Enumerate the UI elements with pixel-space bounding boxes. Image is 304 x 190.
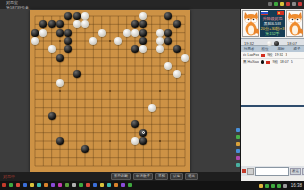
game-sidebar: 升降级对局黑贴6.5目20分+30秒×3第152手 19:32 18:07 对局… [240, 9, 304, 181]
taskbar-app-icon[interactable] [93, 183, 97, 187]
window-control-button[interactable] [298, 2, 302, 6]
star-point [159, 140, 161, 142]
side-tool-icon[interactable] [236, 149, 240, 153]
stone-white[interactable] [156, 37, 164, 45]
black-player-flag-icon [277, 11, 284, 15]
black-player-avatar[interactable] [286, 10, 303, 37]
stone-black[interactable] [164, 29, 172, 37]
window-control-button[interactable] [268, 2, 272, 6]
tray-icon[interactable] [277, 184, 281, 188]
taskbar-app-icon[interactable] [51, 183, 55, 187]
stone-black[interactable] [56, 29, 64, 37]
white-timer: 19:32 [244, 41, 254, 46]
black-timer: 18:07 [287, 41, 297, 46]
stone-white[interactable] [181, 54, 189, 62]
send-button[interactable]: 发送 [290, 168, 301, 175]
side-tool-icon[interactable] [236, 135, 240, 139]
taskbar-app-icon[interactable] [128, 183, 132, 187]
star-point [59, 90, 61, 92]
stone-white[interactable] [156, 29, 164, 37]
window-control-button[interactable] [292, 2, 296, 6]
action-buttons: 形势判断申请数子求和认输退出 [111, 173, 198, 180]
stone-white[interactable] [131, 29, 139, 37]
start-button-icon[interactable] [2, 183, 6, 187]
tray-icon[interactable] [259, 184, 263, 188]
stone-black[interactable] [73, 12, 81, 20]
window-controls [268, 2, 302, 6]
stone-white[interactable] [98, 29, 106, 37]
action-button[interactable]: 退出 [185, 173, 198, 180]
stone-black[interactable] [48, 112, 56, 120]
board-panel [0, 9, 240, 172]
stone-white[interactable] [31, 37, 39, 45]
taskbar-app-icon[interactable] [58, 183, 62, 187]
stone-black[interactable] [56, 54, 64, 62]
player-captures: 3 [285, 53, 287, 57]
chat-area[interactable] [241, 107, 304, 166]
chat-input[interactable] [255, 167, 289, 176]
side-tool-icon[interactable] [236, 128, 240, 132]
stone-black[interactable] [56, 137, 64, 145]
star-point [109, 90, 111, 92]
action-button[interactable]: 求和 [155, 173, 168, 180]
stone-black[interactable] [48, 20, 56, 28]
stone-black[interactable] [64, 29, 72, 37]
go-board[interactable] [30, 10, 190, 172]
game-info-panel: 升降级对局黑贴6.5目20分+30秒×3第152手 [260, 10, 285, 37]
taskbar-icons [2, 183, 132, 187]
taskbar-app-icon[interactable] [79, 183, 83, 187]
action-button[interactable]: 申请数子 [133, 173, 153, 180]
star-point [159, 90, 161, 92]
stone-white[interactable] [56, 79, 64, 87]
side-tool-icon[interactable] [236, 156, 240, 160]
font-button[interactable] [247, 168, 254, 175]
player-time: 19:32 [275, 53, 284, 57]
stone-white[interactable] [39, 29, 47, 37]
stone-black[interactable] [139, 29, 147, 37]
stone-black[interactable] [173, 45, 181, 53]
taskbar-clock: 16:38 [291, 183, 302, 188]
tray-icon[interactable] [283, 184, 287, 188]
last-move-marker [142, 131, 145, 134]
white-player-avatar[interactable] [242, 10, 259, 37]
game-action-bar: 对局中 形势判断申请数子求和认输退出 [0, 172, 240, 181]
title-bar: 野狐围棋对局室第58739号桌旁观 [0, 0, 304, 9]
move-list-area[interactable] [241, 64, 304, 105]
side-tool-icon[interactable] [236, 142, 240, 146]
system-tray: 16:38 [259, 183, 302, 188]
stone-white[interactable] [148, 104, 156, 112]
taskbar-app-icon[interactable] [114, 183, 118, 187]
game-status-text: 对局中 [3, 174, 15, 179]
stone-black[interactable] [31, 29, 39, 37]
timer-row: 19:32 18:07 [241, 38, 304, 46]
window-control-button[interactable] [280, 2, 284, 6]
os-taskbar: 16:38 [0, 181, 304, 190]
stone-white[interactable] [123, 29, 131, 37]
send-buttons: 发送≡ [289, 168, 304, 175]
stone-white[interactable] [73, 20, 81, 28]
taskbar-app-icon[interactable] [23, 183, 27, 187]
emoticon-icon[interactable] [242, 169, 246, 173]
fox-go-client-window: 野狐围棋对局室第58739号桌旁观 对局中 形势判断申请数子求和认输退出 升降级… [0, 0, 304, 190]
player-rank: 9段 [267, 53, 272, 57]
action-button[interactable]: 认输 [170, 173, 183, 180]
side-tool-strip [236, 128, 240, 167]
chat-input-row: 发送≡ [241, 166, 304, 176]
taskbar-app-icon[interactable] [44, 183, 48, 187]
white-stone-icon [267, 41, 272, 46]
game-info-rows: 升降级对局黑贴6.5目20分+30秒×3第152手 [260, 16, 285, 36]
stone-black[interactable] [173, 20, 181, 28]
star-point [109, 40, 111, 42]
window-control-button[interactable] [274, 2, 278, 6]
send-button[interactable]: ≡ [302, 168, 304, 175]
tray-icon[interactable] [265, 184, 269, 188]
taskbar-app-icon[interactable] [16, 183, 20, 187]
taskbar-app-icon[interactable] [9, 183, 13, 187]
star-point [59, 40, 61, 42]
taskbar-app-icon[interactable] [65, 183, 69, 187]
star-point [109, 140, 111, 142]
taskbar-app-icon[interactable] [100, 183, 104, 187]
stone-white[interactable] [173, 70, 181, 78]
action-button[interactable]: 形势判断 [111, 173, 131, 180]
side-tool-icon[interactable] [236, 163, 240, 167]
window-control-button[interactable] [286, 2, 290, 6]
player-name: 白 LaoFox [243, 53, 259, 57]
player-flag-chip [261, 54, 265, 57]
game-info-text: 第152手 [260, 31, 285, 36]
stone-white[interactable] [131, 137, 139, 145]
black-stone-icon [274, 41, 279, 46]
taskbar-app-icon[interactable] [37, 183, 41, 187]
stone-white[interactable] [81, 12, 89, 20]
taskbar-app-icon[interactable] [121, 183, 125, 187]
taskbar-app-icon[interactable] [86, 183, 90, 187]
fox-avatar-icon [287, 11, 303, 36]
taskbar-app-icon[interactable] [72, 183, 76, 187]
white-player-flag-icon [261, 11, 268, 15]
fox-avatar-icon [243, 11, 259, 36]
stone-black[interactable] [73, 70, 81, 78]
taskbar-app-icon[interactable] [107, 183, 111, 187]
stone-white[interactable] [48, 45, 56, 53]
tray-icon[interactable] [271, 184, 275, 188]
taskbar-app-icon[interactable] [30, 183, 34, 187]
